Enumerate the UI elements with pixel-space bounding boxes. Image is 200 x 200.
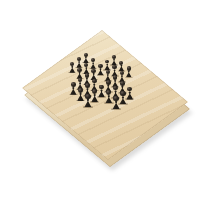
peg-head-icon xyxy=(71,82,76,87)
peg[interactable] xyxy=(118,61,124,72)
peg[interactable] xyxy=(83,63,89,74)
peg-head-icon xyxy=(78,78,83,83)
peg-head-icon xyxy=(85,73,90,77)
peg-head-icon xyxy=(78,88,83,93)
peg[interactable] xyxy=(126,87,134,100)
peg[interactable] xyxy=(90,58,96,68)
peg[interactable] xyxy=(69,62,75,73)
peg-body-icon xyxy=(126,91,134,99)
peg-head-icon xyxy=(127,66,131,70)
peg-head-icon xyxy=(106,90,111,95)
peg-head-icon xyxy=(92,79,97,84)
peg-body-icon xyxy=(91,94,99,102)
peg[interactable] xyxy=(76,57,82,67)
peg-head-icon xyxy=(84,63,88,67)
peg-body-icon xyxy=(69,66,75,73)
peg-body-icon xyxy=(126,70,133,77)
peg-head-icon xyxy=(92,89,97,94)
peg-body-icon xyxy=(83,56,89,62)
peg-head-icon xyxy=(77,68,81,72)
peg[interactable] xyxy=(70,82,77,94)
peg[interactable] xyxy=(91,89,99,102)
peg-body-icon xyxy=(97,68,103,75)
peg[interactable] xyxy=(111,55,117,65)
product-photo xyxy=(0,0,200,200)
peg-head-icon xyxy=(113,75,118,79)
peg[interactable] xyxy=(97,64,103,75)
peg[interactable] xyxy=(119,91,127,104)
peg[interactable] xyxy=(112,96,120,110)
peg-head-icon xyxy=(85,94,90,99)
peg-head-icon xyxy=(119,61,123,65)
peg-head-icon xyxy=(98,64,102,68)
peg-body-icon xyxy=(70,87,77,95)
peg-head-icon xyxy=(113,96,118,101)
peg-head-icon xyxy=(113,86,118,91)
peg-head-icon xyxy=(112,55,116,59)
peg[interactable] xyxy=(84,94,92,107)
peg-head-icon xyxy=(120,81,125,86)
peg-head-icon xyxy=(106,80,111,85)
peg-head-icon xyxy=(91,69,95,73)
peg-body-icon xyxy=(119,96,127,104)
peg-head-icon xyxy=(84,53,88,57)
peg-head-icon xyxy=(85,83,90,88)
peg-head-icon xyxy=(127,87,132,92)
peg-head-icon xyxy=(91,58,95,62)
peg-head-icon xyxy=(112,65,116,69)
peg-head-icon xyxy=(77,57,81,61)
peg[interactable] xyxy=(126,66,133,77)
peg[interactable] xyxy=(83,53,89,63)
peg-head-icon xyxy=(106,70,110,74)
peg-head-icon xyxy=(120,91,125,96)
peg-head-icon xyxy=(70,62,74,66)
peg-head-icon xyxy=(105,60,109,64)
peg-body-icon xyxy=(112,101,120,110)
peg-head-icon xyxy=(120,71,125,75)
peg[interactable] xyxy=(104,60,110,71)
peg-body-icon xyxy=(84,99,92,108)
peg-head-icon xyxy=(99,85,104,90)
